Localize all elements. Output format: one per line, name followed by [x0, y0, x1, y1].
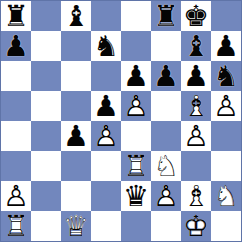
- white-piece-fill-glyph: ♟: [121, 91, 151, 121]
- square-c7[interactable]: [61, 31, 91, 61]
- white-piece-outline-glyph: ♗: [181, 91, 211, 121]
- square-f1[interactable]: [151, 211, 181, 241]
- white-piece-fill-glyph: ♟: [151, 181, 181, 211]
- square-h3[interactable]: [211, 151, 241, 181]
- square-b8[interactable]: [31, 1, 61, 31]
- square-h8[interactable]: [211, 1, 241, 31]
- black-pawn-piece: ♟: [1, 31, 31, 61]
- square-f5[interactable]: [151, 91, 181, 121]
- white-piece-fill-glyph: ♜: [121, 151, 151, 181]
- white-queen-piece: ♛♕: [61, 211, 91, 241]
- black-piece-glyph: ♛: [121, 181, 151, 211]
- square-a1[interactable]: ♜♖: [1, 211, 31, 241]
- black-rook-piece: ♜: [151, 1, 181, 31]
- square-b1[interactable]: [31, 211, 61, 241]
- black-piece-glyph: ♝: [61, 1, 91, 31]
- white-piece-outline-glyph: ♙: [211, 91, 241, 121]
- square-e1[interactable]: [121, 211, 151, 241]
- black-piece-glyph: ♝: [181, 31, 211, 61]
- white-piece-fill-glyph: ♞: [211, 181, 241, 211]
- white-piece-outline-glyph: ♖: [121, 151, 151, 181]
- black-piece-glyph: ♟: [121, 61, 151, 91]
- white-pawn-piece: ♟♙: [91, 121, 121, 151]
- square-b5[interactable]: [31, 91, 61, 121]
- square-f3[interactable]: ♞♘: [151, 151, 181, 181]
- white-piece-fill-glyph: ♟: [1, 181, 31, 211]
- square-d4[interactable]: ♟♙: [91, 121, 121, 151]
- square-b7[interactable]: [31, 31, 61, 61]
- square-c1[interactable]: ♛♕: [61, 211, 91, 241]
- square-d7[interactable]: ♞: [91, 31, 121, 61]
- black-piece-glyph: ♜: [151, 1, 181, 31]
- white-piece-fill-glyph: ♟: [91, 121, 121, 151]
- white-rook-piece: ♜♖: [1, 211, 31, 241]
- square-a4[interactable]: [1, 121, 31, 151]
- square-g2[interactable]: ♝♗: [181, 181, 211, 211]
- square-b2[interactable]: [31, 181, 61, 211]
- black-piece-glyph: ♚: [181, 1, 211, 31]
- square-g7[interactable]: ♝: [181, 31, 211, 61]
- black-king-piece: ♚: [181, 1, 211, 31]
- white-king-piece: ♚♔: [181, 211, 211, 241]
- square-d5[interactable]: ♟: [91, 91, 121, 121]
- white-piece-fill-glyph: ♟: [181, 121, 211, 151]
- white-piece-outline-glyph: ♕: [61, 211, 91, 241]
- square-g5[interactable]: ♝♗: [181, 91, 211, 121]
- square-h7[interactable]: ♟: [211, 31, 241, 61]
- square-a7[interactable]: ♟: [1, 31, 31, 61]
- square-d2[interactable]: [91, 181, 121, 211]
- white-piece-outline-glyph: ♔: [181, 211, 211, 241]
- black-knight-piece: ♞: [91, 31, 121, 61]
- white-piece-outline-glyph: ♙: [151, 181, 181, 211]
- square-c5[interactable]: [61, 91, 91, 121]
- square-a3[interactable]: [1, 151, 31, 181]
- white-pawn-piece: ♟♙: [1, 181, 31, 211]
- square-e4[interactable]: [121, 121, 151, 151]
- square-h4[interactable]: [211, 121, 241, 151]
- black-pawn-piece: ♟: [61, 121, 91, 151]
- square-d3[interactable]: [91, 151, 121, 181]
- black-piece-glyph: ♟: [61, 121, 91, 151]
- black-piece-glyph: ♟: [151, 61, 181, 91]
- black-piece-glyph: ♜: [1, 1, 31, 31]
- square-a2[interactable]: ♟♙: [1, 181, 31, 211]
- square-e3[interactable]: ♜♖: [121, 151, 151, 181]
- square-c6[interactable]: [61, 61, 91, 91]
- white-knight-piece: ♞♘: [211, 181, 241, 211]
- square-d6[interactable]: [91, 61, 121, 91]
- white-knight-piece: ♞♘: [151, 151, 181, 181]
- white-piece-fill-glyph: ♝: [181, 91, 211, 121]
- black-piece-glyph: ♟: [1, 31, 31, 61]
- square-f4[interactable]: [151, 121, 181, 151]
- white-piece-fill-glyph: ♜: [1, 211, 31, 241]
- square-a8[interactable]: ♜: [1, 1, 31, 31]
- white-piece-fill-glyph: ♚: [181, 211, 211, 241]
- white-piece-outline-glyph: ♖: [1, 211, 31, 241]
- white-pawn-piece: ♟♙: [151, 181, 181, 211]
- square-h6[interactable]: ♞: [211, 61, 241, 91]
- square-f2[interactable]: ♟♙: [151, 181, 181, 211]
- square-g4[interactable]: ♟♙: [181, 121, 211, 151]
- square-c8[interactable]: ♝: [61, 1, 91, 31]
- white-pawn-piece: ♟♙: [211, 91, 241, 121]
- black-pawn-piece: ♟: [151, 61, 181, 91]
- square-e8[interactable]: [121, 1, 151, 31]
- white-pawn-piece: ♟♙: [181, 121, 211, 151]
- square-b6[interactable]: [31, 61, 61, 91]
- white-piece-fill-glyph: ♞: [151, 151, 181, 181]
- white-pawn-piece: ♟♙: [121, 91, 151, 121]
- white-bishop-piece: ♝♗: [181, 91, 211, 121]
- square-a6[interactable]: [1, 61, 31, 91]
- square-c2[interactable]: [61, 181, 91, 211]
- square-e2[interactable]: ♛: [121, 181, 151, 211]
- square-c3[interactable]: [61, 151, 91, 181]
- chess-board: ♜♝♜♚♟♞♝♟♟♟♟♞♟♟♙♝♗♟♙♟♟♙♟♙♜♖♞♘♟♙♛♟♙♝♗♞♘♜♖♛…: [0, 0, 242, 242]
- white-piece-outline-glyph: ♙: [1, 181, 31, 211]
- white-piece-outline-glyph: ♙: [181, 121, 211, 151]
- white-piece-fill-glyph: ♟: [211, 91, 241, 121]
- square-d8[interactable]: [91, 1, 121, 31]
- black-pawn-piece: ♟: [211, 31, 241, 61]
- square-a5[interactable]: [1, 91, 31, 121]
- black-bishop-piece: ♝: [181, 31, 211, 61]
- black-pawn-piece: ♟: [91, 91, 121, 121]
- square-c4[interactable]: ♟: [61, 121, 91, 151]
- white-piece-outline-glyph: ♙: [91, 121, 121, 151]
- white-bishop-piece: ♝♗: [181, 181, 211, 211]
- square-g8[interactable]: ♚: [181, 1, 211, 31]
- black-piece-glyph: ♟: [91, 91, 121, 121]
- square-f8[interactable]: ♜: [151, 1, 181, 31]
- white-piece-outline-glyph: ♙: [121, 91, 151, 121]
- white-piece-fill-glyph: ♝: [181, 181, 211, 211]
- white-rook-piece: ♜♖: [121, 151, 151, 181]
- black-queen-piece: ♛: [121, 181, 151, 211]
- square-f7[interactable]: [151, 31, 181, 61]
- black-bishop-piece: ♝: [61, 1, 91, 31]
- white-piece-outline-glyph: ♘: [151, 151, 181, 181]
- square-e5[interactable]: ♟♙: [121, 91, 151, 121]
- white-piece-fill-glyph: ♛: [61, 211, 91, 241]
- black-piece-glyph: ♟: [211, 31, 241, 61]
- square-g3[interactable]: [181, 151, 211, 181]
- white-piece-outline-glyph: ♘: [211, 181, 241, 211]
- black-knight-piece: ♞: [211, 61, 241, 91]
- square-b4[interactable]: [31, 121, 61, 151]
- square-e6[interactable]: ♟: [121, 61, 151, 91]
- square-h5[interactable]: ♟♙: [211, 91, 241, 121]
- square-f6[interactable]: ♟: [151, 61, 181, 91]
- square-h1[interactable]: [211, 211, 241, 241]
- black-pawn-piece: ♟: [121, 61, 151, 91]
- square-e7[interactable]: [121, 31, 151, 61]
- black-piece-glyph: ♞: [91, 31, 121, 61]
- black-pawn-piece: ♟: [181, 61, 211, 91]
- white-piece-outline-glyph: ♗: [181, 181, 211, 211]
- black-piece-glyph: ♟: [181, 61, 211, 91]
- square-b3[interactable]: [31, 151, 61, 181]
- square-g1[interactable]: ♚♔: [181, 211, 211, 241]
- black-piece-glyph: ♞: [211, 61, 241, 91]
- square-h2[interactable]: ♞♘: [211, 181, 241, 211]
- square-d1[interactable]: [91, 211, 121, 241]
- black-rook-piece: ♜: [1, 1, 31, 31]
- square-g6[interactable]: ♟: [181, 61, 211, 91]
